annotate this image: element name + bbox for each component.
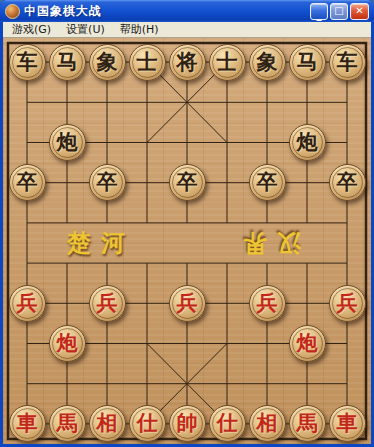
board-cell[interactable]: [7, 203, 47, 243]
board-cell[interactable]: 车: [327, 42, 367, 82]
board-cell[interactable]: [287, 82, 327, 122]
piece-glyph: 车: [337, 52, 358, 73]
piece-glyph: 卒: [177, 172, 198, 193]
board-cell[interactable]: [207, 283, 247, 323]
piece-black-p[interactable]: 卒: [169, 164, 206, 201]
piece-red-b[interactable]: 相: [89, 405, 126, 442]
piece-glyph: 兵: [97, 293, 118, 314]
board-cell[interactable]: [207, 82, 247, 122]
piece-black-r[interactable]: 车: [9, 44, 46, 81]
piece-black-k[interactable]: 将: [169, 44, 206, 81]
piece-red-p[interactable]: 兵: [329, 285, 366, 322]
piece-black-p[interactable]: 卒: [89, 164, 126, 201]
board-cell[interactable]: [127, 163, 167, 203]
board-cell[interactable]: [87, 243, 127, 283]
board-cell[interactable]: [287, 283, 327, 323]
board-cell[interactable]: 象: [247, 42, 287, 82]
board-cell[interactable]: [287, 364, 327, 404]
board-cell[interactable]: [287, 163, 327, 203]
board-cell[interactable]: [247, 364, 287, 404]
piece-glyph: 象: [97, 52, 118, 73]
board-cell[interactable]: [87, 82, 127, 122]
board-cell[interactable]: [207, 122, 247, 162]
board-cell[interactable]: [127, 243, 167, 283]
board-cell[interactable]: [327, 122, 367, 162]
piece-glyph: 兵: [17, 293, 38, 314]
board-cell[interactable]: 仕: [127, 404, 167, 444]
piece-glyph: 士: [217, 52, 238, 73]
piece-glyph: 車: [17, 413, 38, 434]
piece-glyph: 炮: [57, 333, 78, 354]
board-cell[interactable]: 卒: [327, 163, 367, 203]
app-window: 中国象棋大战 _ □ ✕ 游戏(G) 设置(U) 帮助(H): [0, 0, 374, 447]
board-cell[interactable]: 車: [327, 404, 367, 444]
board-cell[interactable]: [127, 122, 167, 162]
board-cell[interactable]: [127, 323, 167, 363]
board-cell[interactable]: 卒: [87, 163, 127, 203]
board-cell[interactable]: [247, 243, 287, 283]
piece-red-c[interactable]: 炮: [49, 325, 86, 362]
board-cell[interactable]: [47, 82, 87, 122]
board-cell[interactable]: 马: [47, 42, 87, 82]
board-cell[interactable]: [167, 364, 207, 404]
piece-black-c[interactable]: 炮: [49, 124, 86, 161]
board-cell[interactable]: 兵: [87, 283, 127, 323]
board-cell[interactable]: [87, 203, 127, 243]
piece-glyph: 馬: [57, 413, 78, 434]
piece-red-n[interactable]: 馬: [289, 405, 326, 442]
piece-red-p[interactable]: 兵: [89, 285, 126, 322]
piece-black-b[interactable]: 象: [89, 44, 126, 81]
board-cell[interactable]: [87, 122, 127, 162]
board-cell[interactable]: 相: [247, 404, 287, 444]
board-cell[interactable]: 炮: [287, 122, 327, 162]
board-cell[interactable]: [47, 283, 87, 323]
piece-black-c[interactable]: 炮: [289, 124, 326, 161]
maximize-button[interactable]: □: [330, 3, 348, 20]
title-bar[interactable]: 中国象棋大战 _ □ ✕: [0, 0, 374, 22]
window-title: 中国象棋大战: [24, 3, 310, 20]
piece-glyph: 卒: [337, 172, 358, 193]
board-cell[interactable]: 将: [167, 42, 207, 82]
piece-red-p[interactable]: 兵: [249, 285, 286, 322]
board-cell[interactable]: 卒: [247, 163, 287, 203]
piece-red-k[interactable]: 帥: [169, 405, 206, 442]
board-cell[interactable]: [287, 243, 327, 283]
board-cell[interactable]: [127, 283, 167, 323]
board-cell[interactable]: [7, 122, 47, 162]
piece-glyph: 卒: [17, 172, 38, 193]
board-cell[interactable]: [47, 364, 87, 404]
piece-glyph: 卒: [257, 172, 278, 193]
piece-red-c[interactable]: 炮: [289, 325, 326, 362]
piece-glyph: 卒: [97, 172, 118, 193]
board-cell[interactable]: 炮: [287, 323, 327, 363]
board-cell[interactable]: [47, 203, 87, 243]
board-cell[interactable]: 兵: [327, 283, 367, 323]
piece-glyph: 兵: [337, 293, 358, 314]
board-cell[interactable]: [87, 364, 127, 404]
piece-glyph: 車: [337, 413, 358, 434]
piece-black-p[interactable]: 卒: [249, 164, 286, 201]
board-cell[interactable]: [167, 122, 207, 162]
board-cell[interactable]: [287, 203, 327, 243]
board-cell[interactable]: [127, 203, 167, 243]
board-cell[interactable]: [7, 364, 47, 404]
piece-black-b[interactable]: 象: [249, 44, 286, 81]
board-cell[interactable]: [7, 243, 47, 283]
piece-black-a[interactable]: 士: [129, 44, 166, 81]
piece-glyph: 兵: [257, 293, 278, 314]
board-cell[interactable]: [247, 323, 287, 363]
board-cell[interactable]: [207, 364, 247, 404]
piece-glyph: 帥: [177, 413, 198, 434]
menu-game[interactable]: 游戏(G): [6, 22, 57, 37]
piece-glyph: 馬: [297, 413, 318, 434]
board-cell[interactable]: 士: [127, 42, 167, 82]
board-cell[interactable]: [47, 243, 87, 283]
piece-glyph: 仕: [217, 413, 238, 434]
piece-glyph: 将: [177, 52, 198, 73]
board-cell[interactable]: [327, 323, 367, 363]
board-cell[interactable]: 兵: [167, 283, 207, 323]
minimize-icon: _: [317, 10, 322, 20]
piece-black-r[interactable]: 车: [329, 44, 366, 81]
piece-glyph: 马: [297, 52, 318, 73]
board-cell[interactable]: [327, 243, 367, 283]
piece-glyph: 车: [17, 52, 38, 73]
xiangqi-board[interactable]: 楚河 汉界 车马象士将士象马车炮炮卒卒卒卒卒兵兵兵兵兵炮炮車馬相仕帥仕相馬車: [3, 38, 371, 444]
piece-glyph: 炮: [57, 132, 78, 153]
board-cell[interactable]: [327, 203, 367, 243]
board-cell[interactable]: [87, 323, 127, 363]
board-cell[interactable]: [327, 82, 367, 122]
menu-bar: 游戏(G) 设置(U) 帮助(H): [3, 22, 371, 38]
board-cell[interactable]: [207, 323, 247, 363]
board-cell[interactable]: [167, 203, 207, 243]
board-cell[interactable]: [247, 82, 287, 122]
board-cell[interactable]: [327, 364, 367, 404]
board-cell[interactable]: 相: [87, 404, 127, 444]
board-cell[interactable]: 士: [207, 42, 247, 82]
board-cell[interactable]: [167, 323, 207, 363]
board-cell[interactable]: [47, 163, 87, 203]
board-cell[interactable]: [247, 203, 287, 243]
piece-glyph: 炮: [297, 132, 318, 153]
board-cell[interactable]: [207, 243, 247, 283]
board-cell[interactable]: [127, 82, 167, 122]
piece-black-n[interactable]: 马: [289, 44, 326, 81]
piece-glyph: 相: [97, 413, 118, 434]
board-cell[interactable]: 兵: [247, 283, 287, 323]
piece-red-r[interactable]: 車: [329, 405, 366, 442]
piece-glyph: 象: [257, 52, 278, 73]
board-cell[interactable]: 兵: [7, 283, 47, 323]
piece-red-p[interactable]: 兵: [169, 285, 206, 322]
board-cell[interactable]: 卒: [7, 163, 47, 203]
board-cell[interactable]: [207, 203, 247, 243]
board-cell[interactable]: 车: [7, 42, 47, 82]
piece-black-p[interactable]: 卒: [329, 164, 366, 201]
piece-red-r[interactable]: 車: [9, 405, 46, 442]
menu-help[interactable]: 帮助(H): [114, 22, 165, 37]
piece-red-n[interactable]: 馬: [49, 405, 86, 442]
piece-glyph: 士: [137, 52, 158, 73]
board-cell[interactable]: 仕: [207, 404, 247, 444]
board-cell[interactable]: [247, 122, 287, 162]
board-cell[interactable]: [7, 323, 47, 363]
piece-glyph: 炮: [297, 333, 318, 354]
piece-red-p[interactable]: 兵: [9, 285, 46, 322]
piece-glyph: 仕: [137, 413, 158, 434]
app-icon: [5, 4, 20, 19]
piece-glyph: 马: [57, 52, 78, 73]
board-cell[interactable]: 帥: [167, 404, 207, 444]
close-button[interactable]: ✕: [350, 3, 369, 20]
board-cell[interactable]: [167, 82, 207, 122]
piece-red-b[interactable]: 相: [249, 405, 286, 442]
board-cell[interactable]: [7, 82, 47, 122]
piece-black-n[interactable]: 马: [49, 44, 86, 81]
board-cell[interactable]: 車: [7, 404, 47, 444]
piece-red-a[interactable]: 仕: [129, 405, 166, 442]
board-cell[interactable]: 馬: [47, 404, 87, 444]
menu-settings[interactable]: 设置(U): [60, 22, 111, 37]
board-cell[interactable]: 炮: [47, 323, 87, 363]
board-cell[interactable]: 马: [287, 42, 327, 82]
board-cell[interactable]: [127, 364, 167, 404]
close-icon: ✕: [355, 6, 363, 16]
board-cell[interactable]: [167, 243, 207, 283]
board-cell[interactable]: 卒: [167, 163, 207, 203]
piece-glyph: 兵: [177, 293, 198, 314]
board-grid: 车马象士将士象马车炮炮卒卒卒卒卒兵兵兵兵兵炮炮車馬相仕帥仕相馬車: [7, 42, 367, 444]
board-cell[interactable]: 馬: [287, 404, 327, 444]
piece-black-p[interactable]: 卒: [9, 164, 46, 201]
board-cell[interactable]: [207, 163, 247, 203]
minimize-button[interactable]: _: [310, 3, 328, 20]
board-cell[interactable]: 炮: [47, 122, 87, 162]
piece-black-a[interactable]: 士: [209, 44, 246, 81]
maximize-icon: □: [334, 6, 343, 16]
piece-red-a[interactable]: 仕: [209, 405, 246, 442]
board-cell[interactable]: 象: [87, 42, 127, 82]
piece-glyph: 相: [257, 413, 278, 434]
window-controls: _ □ ✕: [310, 3, 369, 20]
